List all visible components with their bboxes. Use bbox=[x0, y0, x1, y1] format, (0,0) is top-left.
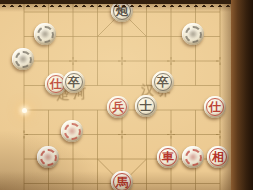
piece-char: 車 bbox=[157, 145, 179, 168]
piece-ring bbox=[185, 26, 202, 43]
xiangqi-board: 楚河 汉界 炮仕卒卒兵士仕車相馬 bbox=[0, 0, 253, 190]
piece-char: 馬 bbox=[111, 170, 133, 190]
piece-red-chariot[interactable]: 車 bbox=[157, 146, 179, 168]
board-frame-right bbox=[231, 0, 253, 190]
board-frame-top bbox=[0, 0, 253, 4]
piece-ring bbox=[64, 123, 81, 140]
piece-red-unknown[interactable] bbox=[37, 146, 59, 168]
piece-ring bbox=[40, 149, 57, 166]
piece-black-soldier[interactable]: 卒 bbox=[152, 71, 174, 93]
piece-black-soldier[interactable]: 卒 bbox=[63, 71, 85, 93]
piece-char: 相 bbox=[207, 145, 229, 168]
piece-ring bbox=[185, 149, 202, 166]
piece-char: 仕 bbox=[204, 95, 226, 118]
piece-red-elephant[interactable]: 相 bbox=[207, 146, 229, 168]
piece-char: 卒 bbox=[152, 70, 174, 93]
piece-char: 卒 bbox=[63, 70, 85, 93]
piece-red-unknown[interactable] bbox=[182, 146, 204, 168]
piece-ring bbox=[15, 51, 32, 68]
piece-red-advisor[interactable]: 仕 bbox=[204, 96, 226, 118]
piece-red-unknown[interactable] bbox=[61, 120, 83, 142]
piece-black-unknown[interactable] bbox=[12, 48, 34, 70]
piece-red-horse[interactable]: 馬 bbox=[111, 171, 133, 190]
piece-ring bbox=[37, 26, 54, 43]
move-highlight-dot[interactable] bbox=[22, 108, 27, 113]
piece-char: 兵 bbox=[107, 95, 129, 118]
piece-black-advisor[interactable]: 士 bbox=[135, 95, 157, 117]
piece-black-unknown[interactable] bbox=[182, 23, 204, 45]
piece-char: 士 bbox=[135, 94, 157, 117]
piece-black-unknown[interactable] bbox=[34, 23, 56, 45]
piece-red-soldier[interactable]: 兵 bbox=[107, 96, 129, 118]
